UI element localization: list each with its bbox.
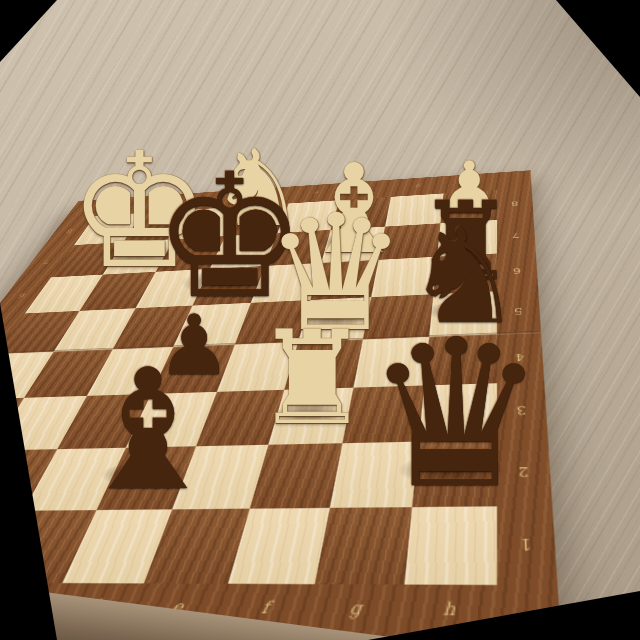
piece-white-rook-f3[interactable]: ♜ — [254, 314, 370, 443]
chess-photo-scene: aa11bb22cc33dd44ee55ff66gg77hh88 ♚♞♝♛♜♟♚… — [0, 0, 640, 640]
piece-black-queen-h2[interactable]: ♛ — [365, 313, 548, 517]
pieces-layer: ♚♞♝♛♜♟♚♜♞♛♝♟ — [0, 0, 640, 640]
piece-black-bishop-d2[interactable]: ♝ — [73, 347, 222, 514]
